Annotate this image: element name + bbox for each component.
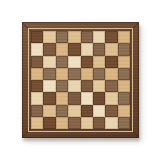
square-b2[interactable] [43, 105, 55, 117]
square-c8[interactable] [56, 31, 68, 43]
square-e3[interactable] [81, 92, 93, 104]
square-h4[interactable] [118, 80, 130, 92]
square-b5[interactable] [43, 68, 55, 80]
square-c4[interactable] [56, 80, 68, 92]
square-g1[interactable] [105, 117, 117, 129]
square-f2[interactable] [93, 105, 105, 117]
square-b7[interactable] [43, 43, 55, 55]
square-d7[interactable] [68, 43, 80, 55]
square-g6[interactable] [105, 56, 117, 68]
square-h8[interactable] [118, 31, 130, 43]
square-d3[interactable] [68, 92, 80, 104]
square-h5[interactable] [118, 68, 130, 80]
square-g8[interactable] [105, 31, 117, 43]
square-b1[interactable] [43, 117, 55, 129]
square-h2[interactable] [118, 105, 130, 117]
square-g3[interactable] [105, 92, 117, 104]
square-h1[interactable] [118, 117, 130, 129]
square-f1[interactable] [93, 117, 105, 129]
square-e5[interactable] [81, 68, 93, 80]
product-photo-canvas [0, 0, 160, 160]
chess-board-grid [31, 31, 130, 129]
square-a2[interactable] [31, 105, 43, 117]
square-g5[interactable] [105, 68, 117, 80]
square-a7[interactable] [31, 43, 43, 55]
square-a4[interactable] [31, 80, 43, 92]
square-a3[interactable] [31, 92, 43, 104]
square-a6[interactable] [31, 56, 43, 68]
square-c3[interactable] [56, 92, 68, 104]
square-g4[interactable] [105, 80, 117, 92]
square-f8[interactable] [93, 31, 105, 43]
square-h3[interactable] [118, 92, 130, 104]
square-c7[interactable] [56, 43, 68, 55]
square-b6[interactable] [43, 56, 55, 68]
square-f7[interactable] [93, 43, 105, 55]
frame-miter-bottom-right [129, 128, 139, 138]
frame-miter-top-right [129, 22, 139, 32]
square-c6[interactable] [56, 56, 68, 68]
square-d6[interactable] [68, 56, 80, 68]
square-c2[interactable] [56, 105, 68, 117]
square-h7[interactable] [118, 43, 130, 55]
square-e7[interactable] [81, 43, 93, 55]
square-e2[interactable] [81, 105, 93, 117]
square-c5[interactable] [56, 68, 68, 80]
square-f3[interactable] [93, 92, 105, 104]
square-d8[interactable] [68, 31, 80, 43]
square-f5[interactable] [93, 68, 105, 80]
frame-miter-bottom-left [22, 128, 32, 138]
square-a5[interactable] [31, 68, 43, 80]
square-d1[interactable] [68, 117, 80, 129]
square-b3[interactable] [43, 92, 55, 104]
square-f4[interactable] [93, 80, 105, 92]
chess-board [22, 22, 139, 138]
square-g2[interactable] [105, 105, 117, 117]
square-a1[interactable] [31, 117, 43, 129]
square-d4[interactable] [68, 80, 80, 92]
square-c1[interactable] [56, 117, 68, 129]
square-f6[interactable] [93, 56, 105, 68]
square-b4[interactable] [43, 80, 55, 92]
square-e8[interactable] [81, 31, 93, 43]
square-e6[interactable] [81, 56, 93, 68]
square-h6[interactable] [118, 56, 130, 68]
square-g7[interactable] [105, 43, 117, 55]
square-e1[interactable] [81, 117, 93, 129]
square-a8[interactable] [31, 31, 43, 43]
square-d5[interactable] [68, 68, 80, 80]
square-d2[interactable] [68, 105, 80, 117]
square-b8[interactable] [43, 31, 55, 43]
square-e4[interactable] [81, 80, 93, 92]
